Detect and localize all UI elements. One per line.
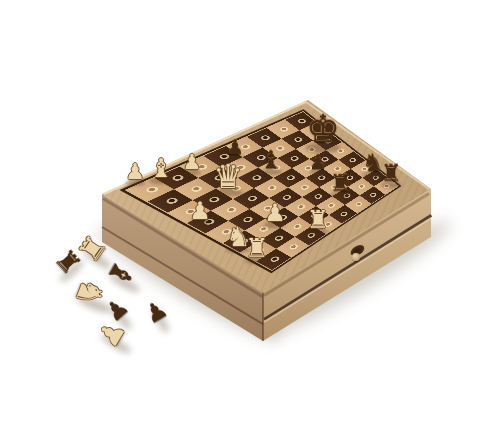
peg-hole [368, 192, 377, 198]
piece-glyph: ♜ [306, 207, 331, 232]
piece-glyph: ♟ [308, 152, 328, 172]
stage: ♟♝♟♛♟♟♞♜♜♚♟♝♟♜♞♜♜♜♝♞♟♟♟ [0, 0, 500, 429]
piece-glyph: ♝ [259, 148, 283, 172]
piece-glyph: ♜ [329, 172, 352, 195]
peg-hole [354, 201, 363, 207]
piece-glyph: ♝ [148, 155, 174, 181]
peg-hole [265, 184, 277, 191]
piece-glyph: ♟ [225, 137, 245, 157]
piece-glyph: ♟ [182, 152, 203, 173]
peg-hole [299, 184, 310, 191]
peg-hole [143, 186, 159, 194]
peg-hole [259, 134, 271, 141]
peg-hole [284, 174, 295, 181]
piece-glyph: ♜ [244, 235, 270, 261]
peg-hole [347, 157, 356, 163]
peg-hole [295, 203, 306, 210]
peg-hole [288, 155, 299, 162]
peg-hole [291, 223, 302, 230]
box-corner-edge [262, 292, 264, 341]
peg-hole [316, 175, 326, 182]
drawer-knob [352, 253, 360, 261]
peg-hole [188, 185, 203, 193]
peg-hole [224, 206, 237, 214]
peg-hole [312, 193, 322, 200]
piece-glyph: ♟ [263, 201, 287, 225]
piece-glyph: ♚ [304, 110, 342, 148]
peg-hole [287, 243, 298, 250]
piece-glyph: ♛ [212, 160, 245, 193]
peg-hole [338, 211, 348, 217]
piece-glyph: ♟ [188, 199, 212, 223]
piece-glyph: ♟ [124, 161, 146, 183]
peg-hole [292, 136, 303, 143]
peg-hole [357, 183, 366, 189]
piece-glyph: ♟ [140, 296, 173, 329]
peg-hole [272, 235, 284, 242]
peg-hole [163, 197, 179, 205]
peg-hole [278, 126, 289, 133]
peg-hole [250, 174, 262, 181]
peg-hole [245, 195, 258, 202]
piece-glyph: ♜ [380, 162, 403, 185]
